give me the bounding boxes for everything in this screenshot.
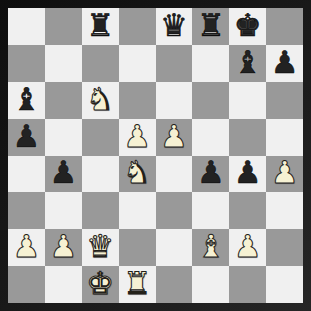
square-c4[interactable] — [82, 156, 119, 193]
white-pawn-d5[interactable]: ♟ — [123, 121, 151, 152]
white-pawn-a2[interactable]: ♟ — [13, 231, 41, 262]
black-pawn-f4[interactable]: ♟ — [197, 157, 225, 188]
square-d7[interactable] — [119, 45, 156, 82]
square-b4[interactable]: ♟ — [45, 156, 82, 193]
square-f1[interactable] — [192, 266, 229, 303]
square-c8[interactable]: ♜ — [82, 8, 119, 45]
black-bishop-a6[interactable]: ♝ — [13, 84, 41, 115]
square-d4[interactable]: ♞ — [119, 156, 156, 193]
square-b6[interactable] — [45, 82, 82, 119]
square-f5[interactable] — [192, 119, 229, 156]
square-a4[interactable] — [8, 156, 45, 193]
square-g8[interactable]: ♚ — [229, 8, 266, 45]
square-f4[interactable]: ♟ — [192, 156, 229, 193]
square-d5[interactable]: ♟ — [119, 119, 156, 156]
square-g7[interactable]: ♝ — [229, 45, 266, 82]
square-a7[interactable] — [8, 45, 45, 82]
square-h7[interactable]: ♟ — [266, 45, 303, 82]
white-pawn-h4[interactable]: ♟ — [271, 157, 299, 188]
square-g5[interactable] — [229, 119, 266, 156]
square-e1[interactable] — [156, 266, 193, 303]
square-b1[interactable] — [45, 266, 82, 303]
square-c1[interactable]: ♚ — [82, 266, 119, 303]
square-g4[interactable]: ♟ — [229, 156, 266, 193]
square-g6[interactable] — [229, 82, 266, 119]
square-h2[interactable] — [266, 229, 303, 266]
white-king-c1[interactable]: ♚ — [86, 268, 114, 299]
square-g3[interactable] — [229, 192, 266, 229]
black-pawn-g4[interactable]: ♟ — [234, 157, 262, 188]
square-a1[interactable] — [8, 266, 45, 303]
black-pawn-h7[interactable]: ♟ — [271, 47, 299, 78]
square-a8[interactable] — [8, 8, 45, 45]
square-d2[interactable] — [119, 229, 156, 266]
square-h8[interactable] — [266, 8, 303, 45]
square-h4[interactable]: ♟ — [266, 156, 303, 193]
white-bishop-f2[interactable]: ♝ — [197, 231, 225, 262]
square-h1[interactable] — [266, 266, 303, 303]
chessboard: ♜♛♜♚♝♟♝♞♟♟♟♟♞♟♟♟♟♟♛♝♟♚♜ — [8, 8, 303, 303]
black-rook-c8[interactable]: ♜ — [86, 10, 114, 41]
square-b2[interactable]: ♟ — [45, 229, 82, 266]
square-d3[interactable] — [119, 192, 156, 229]
square-c7[interactable] — [82, 45, 119, 82]
white-knight-d4[interactable]: ♞ — [123, 157, 151, 188]
square-e4[interactable] — [156, 156, 193, 193]
square-f8[interactable]: ♜ — [192, 8, 229, 45]
square-c5[interactable] — [82, 119, 119, 156]
square-d6[interactable] — [119, 82, 156, 119]
square-a5[interactable]: ♟ — [8, 119, 45, 156]
black-queen-e8[interactable]: ♛ — [160, 10, 188, 41]
white-pawn-g2[interactable]: ♟ — [234, 231, 262, 262]
black-pawn-b4[interactable]: ♟ — [49, 157, 77, 188]
square-b7[interactable] — [45, 45, 82, 82]
black-pawn-a5[interactable]: ♟ — [13, 121, 41, 152]
square-h5[interactable] — [266, 119, 303, 156]
white-queen-c2[interactable]: ♛ — [86, 231, 114, 262]
black-king-g8[interactable]: ♚ — [234, 10, 262, 41]
square-g2[interactable]: ♟ — [229, 229, 266, 266]
square-e7[interactable] — [156, 45, 193, 82]
square-h3[interactable] — [266, 192, 303, 229]
white-pawn-e5[interactable]: ♟ — [160, 121, 188, 152]
square-e2[interactable] — [156, 229, 193, 266]
white-pawn-b2[interactable]: ♟ — [49, 231, 77, 262]
square-e8[interactable]: ♛ — [156, 8, 193, 45]
square-f2[interactable]: ♝ — [192, 229, 229, 266]
chessboard-frame: ♜♛♜♚♝♟♝♞♟♟♟♟♞♟♟♟♟♟♛♝♟♚♜ — [0, 0, 311, 311]
black-bishop-g7[interactable]: ♝ — [234, 47, 262, 78]
white-rook-d1[interactable]: ♜ — [123, 268, 151, 299]
square-d1[interactable]: ♜ — [119, 266, 156, 303]
square-f3[interactable] — [192, 192, 229, 229]
square-e6[interactable] — [156, 82, 193, 119]
square-a3[interactable] — [8, 192, 45, 229]
square-c2[interactable]: ♛ — [82, 229, 119, 266]
square-g1[interactable] — [229, 266, 266, 303]
square-e3[interactable] — [156, 192, 193, 229]
black-rook-f8[interactable]: ♜ — [197, 10, 225, 41]
white-knight-c6[interactable]: ♞ — [86, 84, 114, 115]
square-e5[interactable]: ♟ — [156, 119, 193, 156]
square-b8[interactable] — [45, 8, 82, 45]
square-d8[interactable] — [119, 8, 156, 45]
square-c3[interactable] — [82, 192, 119, 229]
square-a2[interactable]: ♟ — [8, 229, 45, 266]
square-f6[interactable] — [192, 82, 229, 119]
square-a6[interactable]: ♝ — [8, 82, 45, 119]
square-h6[interactable] — [266, 82, 303, 119]
square-c6[interactable]: ♞ — [82, 82, 119, 119]
square-b3[interactable] — [45, 192, 82, 229]
square-b5[interactable] — [45, 119, 82, 156]
square-f7[interactable] — [192, 45, 229, 82]
